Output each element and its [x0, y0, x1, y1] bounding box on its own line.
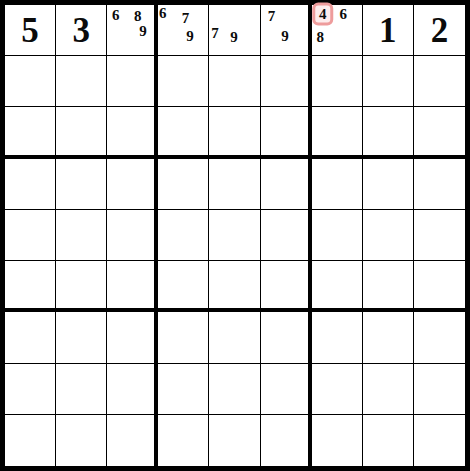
cell-r0c0[interactable]: 5	[5, 5, 56, 56]
cell-r0c2[interactable]: 689	[107, 5, 158, 56]
cell-r5c0[interactable]	[5, 261, 56, 312]
cell-r4c8[interactable]	[414, 210, 465, 261]
cell-r6c5[interactable]	[261, 312, 312, 363]
cell-r8c4[interactable]	[209, 415, 260, 466]
cell-r7c2[interactable]	[107, 364, 158, 415]
cell-r0c1[interactable]: 3	[56, 5, 107, 56]
cell-r1c2[interactable]	[107, 56, 158, 107]
cell-r7c7[interactable]	[363, 364, 414, 415]
cell-r4c7[interactable]	[363, 210, 414, 261]
cell-r3c4[interactable]	[209, 159, 260, 210]
cell-r5c8[interactable]	[414, 261, 465, 312]
cell-r5c5[interactable]	[261, 261, 312, 312]
cell-r3c2[interactable]	[107, 159, 158, 210]
cell-r2c0[interactable]	[5, 107, 56, 158]
cell-r6c3[interactable]	[158, 312, 209, 363]
cell-r4c0[interactable]	[5, 210, 56, 261]
cell-r7c8[interactable]	[414, 364, 465, 415]
cell-r4c1[interactable]	[56, 210, 107, 261]
cell-r3c6[interactable]	[312, 159, 363, 210]
cell-r4c3[interactable]	[158, 210, 209, 261]
cell-r5c6[interactable]	[312, 261, 363, 312]
sudoku-board: 53689679797946812	[0, 0, 470, 471]
cell-r1c6[interactable]	[312, 56, 363, 107]
cell-r6c7[interactable]	[363, 312, 414, 363]
given-digit: 5	[21, 13, 39, 48]
cell-r0c6[interactable]: 468	[312, 5, 363, 56]
cell-r7c4[interactable]	[209, 364, 260, 415]
cell-r8c1[interactable]	[56, 415, 107, 466]
cell-r3c0[interactable]	[5, 159, 56, 210]
cell-r8c8[interactable]	[414, 415, 465, 466]
cell-r8c3[interactable]	[158, 415, 209, 466]
cell-r2c2[interactable]	[107, 107, 158, 158]
cell-r8c2[interactable]	[107, 415, 158, 466]
pencil-mark: 9	[139, 23, 147, 38]
cell-r6c4[interactable]	[209, 312, 260, 363]
cell-r2c3[interactable]	[158, 107, 209, 158]
cell-r8c6[interactable]	[312, 415, 363, 466]
cell-r6c6[interactable]	[312, 312, 363, 363]
given-digit: 2	[431, 13, 449, 48]
cell-r4c4[interactable]	[209, 210, 260, 261]
cell-r1c5[interactable]	[261, 56, 312, 107]
pencil-mark: 6	[339, 7, 347, 22]
cell-r5c2[interactable]	[107, 261, 158, 312]
cell-r0c3[interactable]: 679	[158, 5, 209, 56]
cell-r1c1[interactable]	[56, 56, 107, 107]
cell-r6c2[interactable]	[107, 312, 158, 363]
pencil-mark: 8	[316, 29, 324, 44]
cell-r4c2[interactable]	[107, 210, 158, 261]
pencil-mark: 9	[281, 28, 289, 43]
pencil-mark: 9	[230, 30, 238, 45]
cell-r2c7[interactable]	[363, 107, 414, 158]
cell-r2c6[interactable]	[312, 107, 363, 158]
cell-r4c6[interactable]	[312, 210, 363, 261]
cell-r5c4[interactable]	[209, 261, 260, 312]
pencil-mark-highlighted: 4	[312, 3, 334, 26]
pencil-mark: 7	[211, 25, 219, 40]
cell-r3c8[interactable]	[414, 159, 465, 210]
pencil-mark: 6	[112, 8, 120, 23]
pencil-mark: 6	[159, 6, 167, 21]
cell-r3c7[interactable]	[363, 159, 414, 210]
cell-r0c7[interactable]: 1	[363, 5, 414, 56]
cell-r5c7[interactable]	[363, 261, 414, 312]
cell-r0c8[interactable]: 2	[414, 5, 465, 56]
cell-r2c1[interactable]	[56, 107, 107, 158]
cell-r4c5[interactable]	[261, 210, 312, 261]
cell-r8c7[interactable]	[363, 415, 414, 466]
cell-r8c5[interactable]	[261, 415, 312, 466]
pencil-mark: 7	[182, 10, 190, 25]
cell-r6c8[interactable]	[414, 312, 465, 363]
cell-r1c7[interactable]	[363, 56, 414, 107]
cell-r3c3[interactable]	[158, 159, 209, 210]
given-digit: 1	[379, 13, 397, 48]
cell-r7c6[interactable]	[312, 364, 363, 415]
cell-r0c5[interactable]: 79	[261, 5, 312, 56]
given-digit: 3	[72, 13, 90, 48]
cell-r2c8[interactable]	[414, 107, 465, 158]
cell-r2c4[interactable]	[209, 107, 260, 158]
cell-r5c1[interactable]	[56, 261, 107, 312]
cell-r1c4[interactable]	[209, 56, 260, 107]
cell-r1c8[interactable]	[414, 56, 465, 107]
cell-r7c5[interactable]	[261, 364, 312, 415]
cell-r1c0[interactable]	[5, 56, 56, 107]
cell-r3c1[interactable]	[56, 159, 107, 210]
cell-r7c1[interactable]	[56, 364, 107, 415]
cell-r0c4[interactable]: 79	[209, 5, 260, 56]
cell-r2c5[interactable]	[261, 107, 312, 158]
cell-r3c5[interactable]	[261, 159, 312, 210]
cell-r6c1[interactable]	[56, 312, 107, 363]
cell-r5c3[interactable]	[158, 261, 209, 312]
cell-r7c3[interactable]	[158, 364, 209, 415]
cell-r7c0[interactable]	[5, 364, 56, 415]
cell-r1c3[interactable]	[158, 56, 209, 107]
pencil-mark: 7	[268, 9, 276, 24]
pencil-mark: 9	[186, 28, 194, 43]
cell-r6c0[interactable]	[5, 312, 56, 363]
cell-r8c0[interactable]	[5, 415, 56, 466]
